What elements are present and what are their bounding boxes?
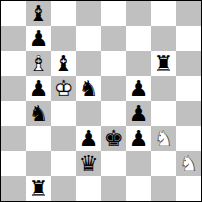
piece-black-knight[interactable]: ♞ [26, 101, 51, 126]
square-h5[interactable] [176, 76, 201, 101]
square-g5[interactable] [151, 76, 176, 101]
square-a1[interactable] [1, 176, 26, 201]
square-d5[interactable]: ♞ [76, 76, 101, 101]
square-f8[interactable] [126, 1, 151, 26]
square-h1[interactable] [176, 176, 201, 201]
chess-diagram: ♝♟♝♗♝♜♟♚♔♞♟♞♟♟♚♟♞♘♛♞♘♜ [0, 0, 202, 202]
square-c5[interactable]: ♚♔ [51, 76, 76, 101]
square-b5[interactable]: ♟ [26, 76, 51, 101]
square-a4[interactable] [1, 101, 26, 126]
piece-black-pawn[interactable]: ♟ [26, 76, 51, 101]
square-b3[interactable] [26, 126, 51, 151]
piece-black-king[interactable]: ♚ [101, 126, 126, 151]
square-c8[interactable] [51, 1, 76, 26]
white-piece-outline-layer: ♘ [176, 151, 201, 176]
piece-black-pawn[interactable]: ♟ [126, 101, 151, 126]
square-e4[interactable] [101, 101, 126, 126]
square-g7[interactable] [151, 26, 176, 51]
square-g4[interactable] [151, 101, 176, 126]
square-h4[interactable] [176, 101, 201, 126]
square-b1[interactable]: ♜ [26, 176, 51, 201]
square-f5[interactable]: ♟ [126, 76, 151, 101]
piece-black-queen[interactable]: ♛ [76, 151, 101, 176]
square-a6[interactable] [1, 51, 26, 76]
square-e2[interactable] [101, 151, 126, 176]
square-d2[interactable]: ♛ [76, 151, 101, 176]
square-a2[interactable] [1, 151, 26, 176]
square-c2[interactable] [51, 151, 76, 176]
square-c1[interactable] [51, 176, 76, 201]
square-e6[interactable] [101, 51, 126, 76]
square-d4[interactable] [76, 101, 101, 126]
piece-black-bishop[interactable]: ♝ [51, 51, 76, 76]
square-g8[interactable] [151, 1, 176, 26]
square-d1[interactable] [76, 176, 101, 201]
square-a8[interactable] [1, 1, 26, 26]
square-h3[interactable] [176, 126, 201, 151]
square-h2[interactable]: ♞♘ [176, 151, 201, 176]
square-c4[interactable] [51, 101, 76, 126]
square-e7[interactable] [101, 26, 126, 51]
square-a7[interactable] [1, 26, 26, 51]
square-f7[interactable] [126, 26, 151, 51]
piece-white-knight[interactable]: ♞♘ [151, 126, 176, 151]
piece-white-knight[interactable]: ♞♘ [176, 151, 201, 176]
square-a5[interactable] [1, 76, 26, 101]
square-g3[interactable]: ♞♘ [151, 126, 176, 151]
square-h6[interactable] [176, 51, 201, 76]
piece-black-pawn[interactable]: ♟ [126, 126, 151, 151]
square-f3[interactable]: ♟ [126, 126, 151, 151]
white-piece-outline-layer: ♗ [26, 51, 51, 76]
square-e8[interactable] [101, 1, 126, 26]
square-f1[interactable] [126, 176, 151, 201]
piece-black-rook[interactable]: ♜ [151, 51, 176, 76]
piece-white-bishop[interactable]: ♝♗ [26, 51, 51, 76]
square-h8[interactable] [176, 1, 201, 26]
square-b2[interactable] [26, 151, 51, 176]
square-d7[interactable] [76, 26, 101, 51]
square-a3[interactable] [1, 126, 26, 151]
square-f6[interactable] [126, 51, 151, 76]
piece-white-king[interactable]: ♚♔ [51, 76, 76, 101]
square-c7[interactable] [51, 26, 76, 51]
square-c6[interactable]: ♝ [51, 51, 76, 76]
square-e5[interactable] [101, 76, 126, 101]
square-f4[interactable]: ♟ [126, 101, 151, 126]
piece-black-rook[interactable]: ♜ [26, 176, 51, 201]
square-d3[interactable]: ♟ [76, 126, 101, 151]
piece-black-pawn[interactable]: ♟ [76, 126, 101, 151]
square-g2[interactable] [151, 151, 176, 176]
white-piece-outline-layer: ♔ [51, 76, 76, 101]
square-g6[interactable]: ♜ [151, 51, 176, 76]
square-h7[interactable] [176, 26, 201, 51]
piece-black-knight[interactable]: ♞ [76, 76, 101, 101]
square-b8[interactable]: ♝ [26, 1, 51, 26]
square-f2[interactable] [126, 151, 151, 176]
square-b7[interactable]: ♟ [26, 26, 51, 51]
square-b6[interactable]: ♝♗ [26, 51, 51, 76]
piece-black-pawn[interactable]: ♟ [126, 76, 151, 101]
square-g1[interactable] [151, 176, 176, 201]
square-d6[interactable] [76, 51, 101, 76]
square-b4[interactable]: ♞ [26, 101, 51, 126]
piece-black-bishop[interactable]: ♝ [26, 1, 51, 26]
square-d8[interactable] [76, 1, 101, 26]
square-e3[interactable]: ♚ [101, 126, 126, 151]
piece-black-pawn[interactable]: ♟ [26, 26, 51, 51]
white-piece-outline-layer: ♘ [151, 126, 176, 151]
square-e1[interactable] [101, 176, 126, 201]
chess-board: ♝♟♝♗♝♜♟♚♔♞♟♞♟♟♚♟♞♘♛♞♘♜ [0, 0, 202, 202]
square-c3[interactable] [51, 126, 76, 151]
